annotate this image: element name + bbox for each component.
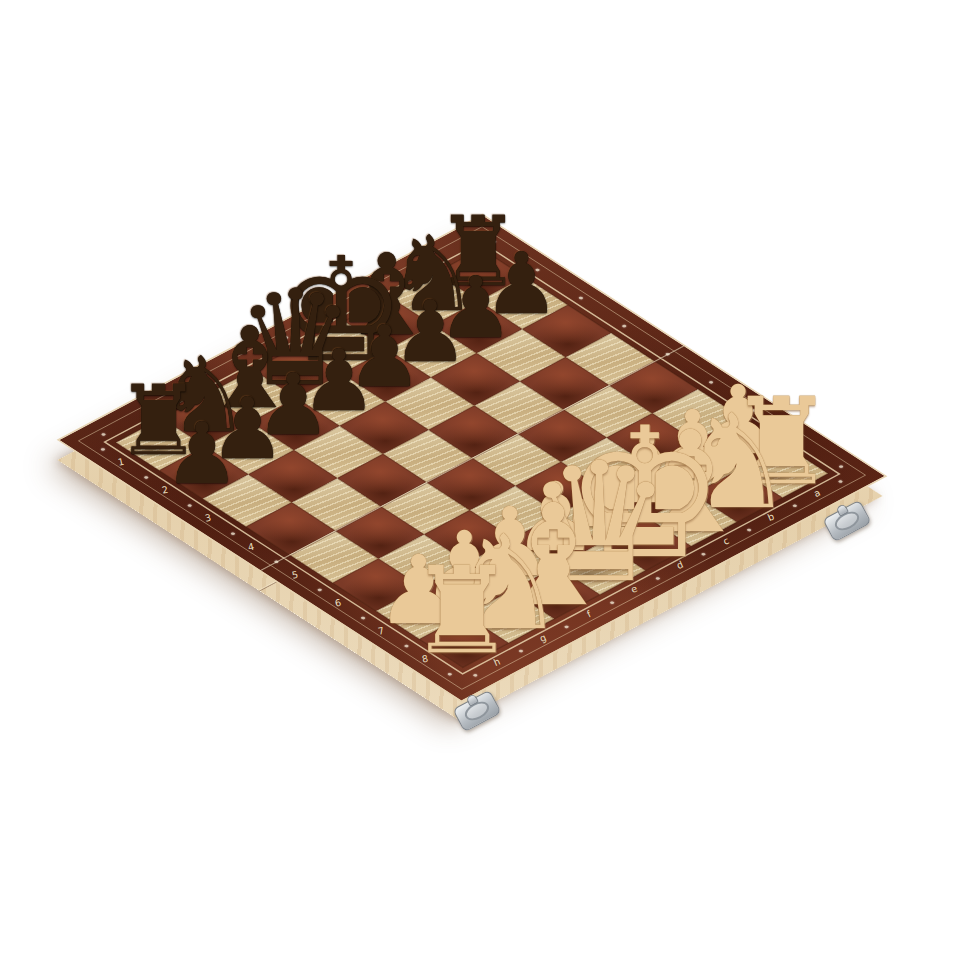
screw-dot-icon [360,616,366,619]
screw-dot-icon [621,324,627,327]
screw-dot-icon [578,296,584,299]
screw-dot-icon [230,532,236,535]
screw-dot-icon [187,504,193,507]
product-photo-stage: 12345678abcdefgh ♜♞♟♝♟♚♟♛♟♝♟♞♟♟♜♟♟♜♟♟♞♟♝… [0,0,960,960]
screw-dot-icon [101,433,107,436]
rank-label-5: 5 [291,569,299,580]
screw-dot-icon [100,448,106,451]
piece-white-rook-h8[interactable]: ♜ [408,551,516,671]
screw-dot-icon [317,588,323,591]
screw-dot-icon [838,480,844,483]
piece-black-pawn-h2[interactable]: ♟ [164,411,240,496]
screw-dot-icon [838,465,844,468]
